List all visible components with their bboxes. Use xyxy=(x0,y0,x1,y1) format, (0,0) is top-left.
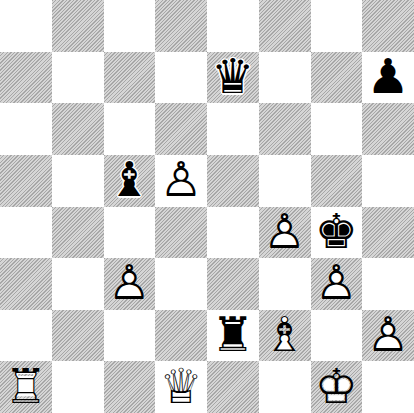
piece-white-king-g1[interactable]: ♔ xyxy=(311,361,363,413)
square-c8[interactable] xyxy=(104,0,156,52)
square-h8[interactable] xyxy=(362,0,414,52)
square-h6[interactable] xyxy=(362,103,414,155)
square-b7[interactable] xyxy=(52,52,104,104)
square-f1[interactable] xyxy=(259,361,311,413)
square-f7[interactable] xyxy=(259,52,311,104)
piece-white-pawn-f4[interactable]: ♙ xyxy=(259,207,311,259)
square-c5[interactable]: ♝ xyxy=(104,155,156,207)
piece-fill-white-queen-d1: ♛ xyxy=(155,361,207,413)
piece-fill-white-rook-a1: ♜ xyxy=(0,361,52,413)
square-d5[interactable]: ♟♙ xyxy=(155,155,207,207)
square-c7[interactable] xyxy=(104,52,156,104)
piece-fill-white-pawn-f4: ♟ xyxy=(259,207,311,259)
square-e4[interactable] xyxy=(207,207,259,259)
square-d1[interactable]: ♛♕ xyxy=(155,361,207,413)
square-a6[interactable] xyxy=(0,103,52,155)
square-c3[interactable]: ♟♙ xyxy=(104,258,156,310)
chess-diagram: ♛♟♝♟♙♟♙♚♟♙♟♙♜♝♗♟♙♜♖♛♕♚♔ xyxy=(0,0,414,413)
square-h1[interactable] xyxy=(362,361,414,413)
square-d4[interactable] xyxy=(155,207,207,259)
piece-black-king-g4[interactable]: ♚ xyxy=(311,207,363,259)
piece-white-pawn-d5[interactable]: ♙ xyxy=(155,155,207,207)
square-b6[interactable] xyxy=(52,103,104,155)
piece-white-queen-d1[interactable]: ♕ xyxy=(155,361,207,413)
piece-black-bishop-c5[interactable]: ♝ xyxy=(104,155,156,207)
piece-black-pawn-h7[interactable]: ♟ xyxy=(362,52,414,104)
piece-black-queen-e7[interactable]: ♛ xyxy=(207,52,259,104)
square-g4[interactable]: ♚ xyxy=(311,207,363,259)
square-a2[interactable] xyxy=(0,310,52,362)
square-c2[interactable] xyxy=(104,310,156,362)
square-h5[interactable] xyxy=(362,155,414,207)
square-f4[interactable]: ♟♙ xyxy=(259,207,311,259)
piece-white-pawn-g3[interactable]: ♙ xyxy=(311,258,363,310)
square-d6[interactable] xyxy=(155,103,207,155)
square-e1[interactable] xyxy=(207,361,259,413)
square-f3[interactable] xyxy=(259,258,311,310)
square-e8[interactable] xyxy=(207,0,259,52)
square-e7[interactable]: ♛ xyxy=(207,52,259,104)
square-c6[interactable] xyxy=(104,103,156,155)
square-h3[interactable] xyxy=(362,258,414,310)
square-g1[interactable]: ♚♔ xyxy=(311,361,363,413)
square-f6[interactable] xyxy=(259,103,311,155)
piece-white-rook-a1[interactable]: ♖ xyxy=(0,361,52,413)
square-g7[interactable] xyxy=(311,52,363,104)
piece-fill-white-bishop-f2: ♝ xyxy=(259,310,311,362)
square-g8[interactable] xyxy=(311,0,363,52)
square-g6[interactable] xyxy=(311,103,363,155)
square-g3[interactable]: ♟♙ xyxy=(311,258,363,310)
square-e5[interactable] xyxy=(207,155,259,207)
square-a8[interactable] xyxy=(0,0,52,52)
square-c1[interactable] xyxy=(104,361,156,413)
square-d3[interactable] xyxy=(155,258,207,310)
square-d8[interactable] xyxy=(155,0,207,52)
square-b8[interactable] xyxy=(52,0,104,52)
square-a4[interactable] xyxy=(0,207,52,259)
square-a5[interactable] xyxy=(0,155,52,207)
piece-fill-white-pawn-d5: ♟ xyxy=(155,155,207,207)
square-e2[interactable]: ♜ xyxy=(207,310,259,362)
square-a3[interactable] xyxy=(0,258,52,310)
square-d2[interactable] xyxy=(155,310,207,362)
square-d7[interactable] xyxy=(155,52,207,104)
piece-fill-white-pawn-g3: ♟ xyxy=(311,258,363,310)
square-h7[interactable]: ♟ xyxy=(362,52,414,104)
piece-fill-white-pawn-h2: ♟ xyxy=(362,310,414,362)
square-g5[interactable] xyxy=(311,155,363,207)
square-c4[interactable] xyxy=(104,207,156,259)
piece-fill-white-pawn-c3: ♟ xyxy=(104,258,156,310)
piece-black-rook-e2[interactable]: ♜ xyxy=(207,310,259,362)
piece-white-pawn-c3[interactable]: ♙ xyxy=(104,258,156,310)
square-h4[interactable] xyxy=(362,207,414,259)
square-h2[interactable]: ♟♙ xyxy=(362,310,414,362)
square-g2[interactable] xyxy=(311,310,363,362)
square-e6[interactable] xyxy=(207,103,259,155)
square-b5[interactable] xyxy=(52,155,104,207)
square-f8[interactable] xyxy=(259,0,311,52)
square-b1[interactable] xyxy=(52,361,104,413)
piece-white-pawn-h2[interactable]: ♙ xyxy=(362,310,414,362)
square-e3[interactable] xyxy=(207,258,259,310)
square-f2[interactable]: ♝♗ xyxy=(259,310,311,362)
square-a7[interactable] xyxy=(0,52,52,104)
chess-board: ♛♟♝♟♙♟♙♚♟♙♟♙♜♝♗♟♙♜♖♛♕♚♔ xyxy=(0,0,414,413)
square-b2[interactable] xyxy=(52,310,104,362)
square-f5[interactable] xyxy=(259,155,311,207)
square-b4[interactable] xyxy=(52,207,104,259)
piece-white-bishop-f2[interactable]: ♗ xyxy=(259,310,311,362)
piece-fill-white-king-g1: ♚ xyxy=(311,361,363,413)
square-b3[interactable] xyxy=(52,258,104,310)
square-a1[interactable]: ♜♖ xyxy=(0,361,52,413)
